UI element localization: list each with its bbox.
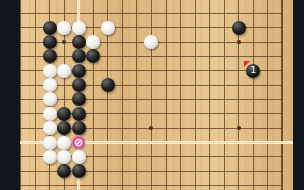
grid-vertical-line [93,0,94,190]
white-stone [43,150,57,164]
grid-vertical-line [122,0,123,190]
go-board[interactable]: 1⊘ [20,0,293,190]
black-stone [101,78,115,92]
black-stone [72,78,86,92]
white-stone [43,121,57,135]
grid-horizontal-line [20,85,283,86]
black-stone [72,49,86,63]
black-stone [43,49,57,63]
grid-vertical-line [136,0,137,190]
grid-vertical-line [253,0,254,190]
black-stone [72,35,86,49]
white-stone [101,21,115,35]
star-point [237,40,241,44]
black-stone [72,92,86,106]
grid-horizontal-line [20,185,283,186]
white-stone [86,35,100,49]
black-stone [57,107,71,121]
star-point [149,126,153,130]
grid-vertical-line [195,0,196,190]
white-stone [72,150,86,164]
grid-vertical-line [35,0,36,190]
star-point [237,126,241,130]
grid-vertical-line [209,0,210,190]
black-stone [43,21,57,35]
black-stone [72,107,86,121]
white-stone [43,92,57,106]
black-stone [72,164,86,178]
letterbox-left-bar [0,0,20,190]
black-stone [72,121,86,135]
white-stone [57,136,71,150]
black-stone [57,121,71,135]
letterbox-right-bar [293,0,304,190]
black-stone [232,21,246,35]
screenshot-stage: 1⊘ [0,0,304,190]
ko-forbidden-marker-icon: ⊘ [72,136,85,149]
white-stone [43,64,57,78]
star-point [62,40,66,44]
grid-vertical-line [224,0,225,190]
white-stone [43,107,57,121]
grid-vertical-line [281,0,283,190]
white-stone [57,21,71,35]
grid-vertical-line [20,0,21,190]
grid-horizontal-line [20,99,283,100]
grid-horizontal-line [20,56,283,57]
black-stone [43,35,57,49]
grid-vertical-line [151,0,152,190]
black-stone [72,64,86,78]
white-stone [144,35,158,49]
white-stone [43,136,57,150]
grid-vertical-line [180,0,181,190]
last-move-triangle-icon [244,61,250,67]
grid-vertical-line [166,0,167,190]
white-stone [57,64,71,78]
white-stone [57,150,71,164]
move-1-stone: 1 [246,64,260,78]
grid-horizontal-line [20,13,283,14]
black-stone [86,49,100,63]
white-stone [43,78,57,92]
grid-vertical-line [267,0,268,190]
black-stone [57,164,71,178]
white-stone [72,21,86,35]
